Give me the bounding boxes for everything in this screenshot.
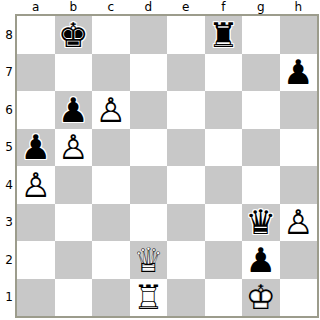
white-pawn[interactable]: ♟♙ <box>17 166 55 204</box>
white-rook-outline: ♖ <box>130 279 168 317</box>
black-pawn-glyph: ♟ <box>280 54 318 92</box>
black-rook-glyph: ♜ <box>205 16 243 54</box>
square-h6[interactable] <box>280 91 318 129</box>
board: ♚♜♟♟♟♙♟♟♙♟♙♛♟♙♛♕♟♜♖♚♔ <box>15 14 319 318</box>
rank-label-3: 3 <box>0 204 13 242</box>
square-a7[interactable] <box>17 54 55 92</box>
black-pawn-glyph: ♟ <box>17 129 55 167</box>
square-b2[interactable] <box>55 241 93 279</box>
square-e4[interactable] <box>167 166 205 204</box>
square-f6[interactable] <box>205 91 243 129</box>
file-label-h: h <box>280 0 318 15</box>
rank-label-8: 8 <box>0 16 13 54</box>
black-queen-glyph: ♛ <box>242 204 280 242</box>
square-f2[interactable] <box>205 241 243 279</box>
file-label-c: c <box>92 0 130 15</box>
square-b8[interactable]: ♚ <box>55 16 93 54</box>
square-g7[interactable] <box>242 54 280 92</box>
square-f4[interactable] <box>205 166 243 204</box>
white-pawn-outline: ♙ <box>55 129 93 167</box>
white-pawn-outline: ♙ <box>17 166 55 204</box>
square-b5[interactable]: ♟♙ <box>55 129 93 167</box>
square-d3[interactable] <box>130 204 168 242</box>
square-g2[interactable]: ♟ <box>242 241 280 279</box>
square-c7[interactable] <box>92 54 130 92</box>
square-e3[interactable] <box>167 204 205 242</box>
square-g1[interactable]: ♚♔ <box>242 279 280 317</box>
black-rook[interactable]: ♜ <box>205 16 243 54</box>
square-d4[interactable] <box>130 166 168 204</box>
black-king-glyph: ♚ <box>55 16 93 54</box>
square-a2[interactable] <box>17 241 55 279</box>
square-h4[interactable] <box>280 166 318 204</box>
square-e5[interactable] <box>167 129 205 167</box>
white-rook[interactable]: ♜♖ <box>130 279 168 317</box>
file-label-f: f <box>205 0 243 15</box>
square-c5[interactable] <box>92 129 130 167</box>
rank-label-2: 2 <box>0 241 13 279</box>
square-g5[interactable] <box>242 129 280 167</box>
chess-board-diagram: abcdefgh 87654321 ♚♜♟♟♟♙♟♟♙♟♙♛♟♙♛♕♟♜♖♚♔ <box>0 0 320 320</box>
file-label-d: d <box>130 0 168 15</box>
black-pawn-glyph: ♟ <box>55 91 93 129</box>
square-e8[interactable] <box>167 16 205 54</box>
black-king[interactable]: ♚ <box>55 16 93 54</box>
square-c8[interactable] <box>92 16 130 54</box>
square-h7[interactable]: ♟ <box>280 54 318 92</box>
square-g8[interactable] <box>242 16 280 54</box>
square-f3[interactable] <box>205 204 243 242</box>
square-b4[interactable] <box>55 166 93 204</box>
square-a4[interactable]: ♟♙ <box>17 166 55 204</box>
square-c6[interactable]: ♟♙ <box>92 91 130 129</box>
rank-labels: 87654321 <box>0 16 13 316</box>
square-h5[interactable] <box>280 129 318 167</box>
square-d1[interactable]: ♜♖ <box>130 279 168 317</box>
black-pawn[interactable]: ♟ <box>55 91 93 129</box>
white-pawn[interactable]: ♟♙ <box>92 91 130 129</box>
square-c4[interactable] <box>92 166 130 204</box>
file-label-g: g <box>242 0 280 15</box>
white-pawn[interactable]: ♟♙ <box>55 129 93 167</box>
white-pawn[interactable]: ♟♙ <box>280 204 318 242</box>
black-pawn[interactable]: ♟ <box>17 129 55 167</box>
black-queen[interactable]: ♛ <box>242 204 280 242</box>
white-queen-outline: ♕ <box>130 241 168 279</box>
file-label-e: e <box>167 0 205 15</box>
square-h1[interactable] <box>280 279 318 317</box>
white-king-outline: ♔ <box>242 279 280 317</box>
square-h3[interactable]: ♟♙ <box>280 204 318 242</box>
white-king[interactable]: ♚♔ <box>242 279 280 317</box>
square-d7[interactable] <box>130 54 168 92</box>
square-a8[interactable] <box>17 16 55 54</box>
square-a6[interactable] <box>17 91 55 129</box>
square-b3[interactable] <box>55 204 93 242</box>
rank-label-1: 1 <box>0 279 13 317</box>
square-f7[interactable] <box>205 54 243 92</box>
square-f8[interactable]: ♜ <box>205 16 243 54</box>
square-b1[interactable] <box>55 279 93 317</box>
rank-label-4: 4 <box>0 166 13 204</box>
file-labels: abcdefgh <box>17 0 317 15</box>
square-a5[interactable]: ♟ <box>17 129 55 167</box>
square-b6[interactable]: ♟ <box>55 91 93 129</box>
square-g4[interactable] <box>242 166 280 204</box>
square-b7[interactable] <box>55 54 93 92</box>
white-queen[interactable]: ♛♕ <box>130 241 168 279</box>
square-e6[interactable] <box>167 91 205 129</box>
rank-label-6: 6 <box>0 91 13 129</box>
file-label-a: a <box>17 0 55 15</box>
square-e2[interactable] <box>167 241 205 279</box>
square-g3[interactable]: ♛ <box>242 204 280 242</box>
black-pawn-glyph: ♟ <box>242 241 280 279</box>
square-c2[interactable] <box>92 241 130 279</box>
square-a1[interactable] <box>17 279 55 317</box>
square-e1[interactable] <box>167 279 205 317</box>
white-pawn-outline: ♙ <box>280 204 318 242</box>
square-h2[interactable] <box>280 241 318 279</box>
white-pawn-outline: ♙ <box>92 91 130 129</box>
square-d5[interactable] <box>130 129 168 167</box>
rank-label-7: 7 <box>0 54 13 92</box>
black-pawn[interactable]: ♟ <box>242 241 280 279</box>
square-h8[interactable] <box>280 16 318 54</box>
square-e7[interactable] <box>167 54 205 92</box>
square-d2[interactable]: ♛♕ <box>130 241 168 279</box>
file-label-b: b <box>55 0 93 15</box>
square-g6[interactable] <box>242 91 280 129</box>
rank-label-5: 5 <box>0 129 13 167</box>
square-f1[interactable] <box>205 279 243 317</box>
black-pawn[interactable]: ♟ <box>280 54 318 92</box>
square-d8[interactable] <box>130 16 168 54</box>
square-d6[interactable] <box>130 91 168 129</box>
square-c3[interactable] <box>92 204 130 242</box>
square-f5[interactable] <box>205 129 243 167</box>
square-c1[interactable] <box>92 279 130 317</box>
square-a3[interactable] <box>17 204 55 242</box>
